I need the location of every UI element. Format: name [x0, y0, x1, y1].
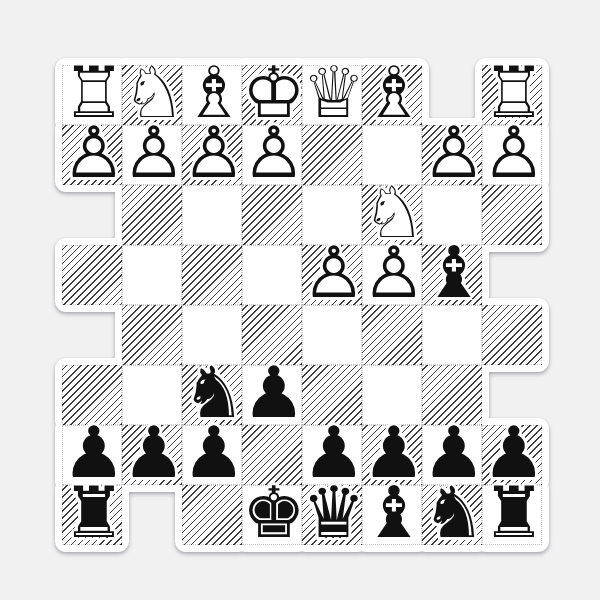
piece-glyph: ♖: [482, 57, 542, 128]
piece-glyph: ♜: [482, 477, 542, 548]
piece-glyph: ♞: [182, 357, 242, 428]
black-bishop-c8-icon: ♝♝: [362, 485, 422, 545]
white-queen-d1-icon: ♛♕: [302, 65, 362, 125]
square-f8: [182, 485, 242, 545]
piece-glyph: ♙: [182, 117, 242, 188]
piece-halo-fill: ♜: [482, 57, 542, 128]
square-d4: ♟♙: [302, 245, 362, 305]
piece-halo-fill: ♟: [182, 417, 242, 488]
white-pawn-b2-icon: ♟♙: [422, 125, 482, 185]
square-f2: ♟♙: [182, 125, 242, 185]
square-g7: ♟♟: [122, 425, 182, 485]
square-c1: ♝♗: [362, 65, 422, 125]
square-g4: [122, 245, 182, 305]
piece-halo-fill: ♟: [422, 417, 482, 488]
black-pawn-b7-icon: ♟♟: [422, 425, 482, 485]
piece-halo-fill: ♝: [362, 57, 422, 128]
square-f5: [182, 305, 242, 365]
piece-halo-fill: ♟: [362, 417, 422, 488]
white-pawn-h2-icon: ♟♙: [62, 125, 122, 185]
cutout-g8: [122, 485, 182, 545]
square-b8: ♞♞: [422, 485, 482, 545]
square-b5: [422, 305, 482, 365]
black-knight-f6-icon: ♞♞: [182, 365, 242, 425]
square-b2: ♟♙: [422, 125, 482, 185]
piece-glyph: ♞: [422, 477, 482, 548]
white-pawn-g2-icon: ♟♙: [122, 125, 182, 185]
square-a7: ♟♟: [482, 425, 542, 485]
square-d2: [302, 125, 362, 185]
piece-glyph: ♘: [122, 57, 182, 128]
square-d3: [302, 185, 362, 245]
piece-halo-fill: ♛: [302, 57, 362, 128]
piece-glyph: ♟: [362, 417, 422, 488]
black-pawn-h7-icon: ♟♟: [62, 425, 122, 485]
square-f4: [182, 245, 242, 305]
white-pawn-a2-icon: ♟♙: [482, 125, 542, 185]
black-pawn-f7-icon: ♟♟: [182, 425, 242, 485]
cutout-a6: [482, 365, 542, 425]
piece-glyph: ♟: [422, 417, 482, 488]
piece-glyph: ♔: [242, 57, 302, 128]
piece-glyph: ♙: [62, 117, 122, 188]
square-a5: [482, 305, 542, 365]
chess-board: ♜♖♞♘♝♗♚♔♛♕♝♗♜♖♟♙♟♙♟♙♟♙♟♙♟♙♞♘♟♙♟♙♝♝♞♞♟♟♟♟…: [62, 65, 542, 545]
piece-glyph: ♙: [362, 237, 422, 308]
cutout-b1: [422, 65, 482, 125]
piece-glyph: ♘: [362, 177, 422, 248]
piece-halo-fill: ♟: [302, 237, 362, 308]
square-c5: [362, 305, 422, 365]
black-pawn-a7-icon: ♟♟: [482, 425, 542, 485]
square-f3: [182, 185, 242, 245]
piece-halo-fill: ♜: [62, 477, 122, 548]
black-rook-h8-icon: ♜♜: [62, 485, 122, 545]
square-h4: [62, 245, 122, 305]
piece-glyph: ♙: [122, 117, 182, 188]
piece-halo-fill: ♝: [182, 57, 242, 128]
black-bishop-b4-icon: ♝♝: [422, 245, 482, 305]
square-e1: ♚♔: [242, 65, 302, 125]
square-e7: [242, 425, 302, 485]
piece-halo-fill: ♜: [482, 477, 542, 548]
chess-sticker-image: ♜♖♞♘♝♗♚♔♛♕♝♗♜♖♟♙♟♙♟♙♟♙♟♙♟♙♞♘♟♙♟♙♝♝♞♞♟♟♟♟…: [0, 0, 600, 600]
piece-glyph: ♝: [362, 477, 422, 548]
piece-halo-fill: ♟: [62, 117, 122, 188]
square-e2: ♟♙: [242, 125, 302, 185]
piece-glyph: ♝: [422, 237, 482, 308]
square-f1: ♝♗: [182, 65, 242, 125]
square-f7: ♟♟: [182, 425, 242, 485]
square-e5: [242, 305, 302, 365]
square-b6: [422, 365, 482, 425]
square-h1: ♜♖: [62, 65, 122, 125]
square-h6: [62, 365, 122, 425]
white-pawn-c4-icon: ♟♙: [362, 245, 422, 305]
white-rook-a1-icon: ♜♖: [482, 65, 542, 125]
piece-glyph: ♙: [422, 117, 482, 188]
piece-halo-fill: ♟: [422, 117, 482, 188]
black-knight-b8-icon: ♞♞: [422, 485, 482, 545]
white-knight-c3-icon: ♞♘: [362, 185, 422, 245]
square-c6: [362, 365, 422, 425]
square-a1: ♜♖: [482, 65, 542, 125]
square-g1: ♞♘: [122, 65, 182, 125]
square-e3: [242, 185, 302, 245]
piece-glyph: ♚: [242, 477, 302, 548]
piece-halo-fill: ♟: [182, 117, 242, 188]
white-king-e1-icon: ♚♔: [242, 65, 302, 125]
black-pawn-g7-icon: ♟♟: [122, 425, 182, 485]
piece-halo-fill: ♝: [362, 477, 422, 548]
cutout-h5: [62, 305, 122, 365]
piece-halo-fill: ♝: [422, 237, 482, 308]
square-d5: [302, 305, 362, 365]
black-pawn-d7-icon: ♟♟: [302, 425, 362, 485]
white-bishop-f1-icon: ♝♗: [182, 65, 242, 125]
black-queen-d8-icon: ♛♛: [302, 485, 362, 545]
square-b4: ♝♝: [422, 245, 482, 305]
piece-glyph: ♜: [62, 477, 122, 548]
black-pawn-c7-icon: ♟♟: [362, 425, 422, 485]
piece-glyph: ♙: [302, 237, 362, 308]
square-h7: ♟♟: [62, 425, 122, 485]
piece-glyph: ♟: [62, 417, 122, 488]
piece-glyph: ♙: [482, 117, 542, 188]
piece-halo-fill: ♟: [302, 417, 362, 488]
piece-glyph: ♛: [302, 477, 362, 548]
cutout-h3: [62, 185, 122, 245]
piece-glyph: ♙: [242, 117, 302, 188]
piece-glyph: ♟: [182, 417, 242, 488]
piece-halo-fill: ♟: [62, 417, 122, 488]
white-pawn-d4-icon: ♟♙: [302, 245, 362, 305]
piece-halo-fill: ♟: [122, 417, 182, 488]
square-g5: [122, 305, 182, 365]
piece-halo-fill: ♞: [362, 177, 422, 248]
square-a2: ♟♙: [482, 125, 542, 185]
square-b3: [422, 185, 482, 245]
white-rook-h1-icon: ♜♖: [62, 65, 122, 125]
square-c7: ♟♟: [362, 425, 422, 485]
piece-halo-fill: ♜: [62, 57, 122, 128]
square-d7: ♟♟: [302, 425, 362, 485]
square-g2: ♟♙: [122, 125, 182, 185]
piece-glyph: ♗: [182, 57, 242, 128]
white-pawn-e2-icon: ♟♙: [242, 125, 302, 185]
piece-glyph: ♟: [122, 417, 182, 488]
square-h2: ♟♙: [62, 125, 122, 185]
piece-halo-fill: ♞: [422, 477, 482, 548]
square-g3: [122, 185, 182, 245]
square-d1: ♛♕: [302, 65, 362, 125]
piece-halo-fill: ♟: [122, 117, 182, 188]
square-d6: [302, 365, 362, 425]
piece-glyph: ♟: [482, 417, 542, 488]
white-knight-g1-icon: ♞♘: [122, 65, 182, 125]
square-e4: [242, 245, 302, 305]
piece-halo-fill: ♚: [242, 477, 302, 548]
black-king-e8-icon: ♚♚: [242, 485, 302, 545]
black-rook-a8-icon: ♜♜: [482, 485, 542, 545]
piece-halo-fill: ♟: [482, 417, 542, 488]
black-pawn-e6-icon: ♟♟: [242, 365, 302, 425]
square-h8: ♜♜: [62, 485, 122, 545]
square-e6: ♟♟: [242, 365, 302, 425]
piece-halo-fill: ♟: [362, 237, 422, 308]
piece-glyph: ♟: [242, 357, 302, 428]
piece-halo-fill: ♟: [242, 117, 302, 188]
square-c3: ♞♘: [362, 185, 422, 245]
piece-halo-fill: ♟: [242, 357, 302, 428]
square-c2: [362, 125, 422, 185]
piece-halo-fill: ♟: [482, 117, 542, 188]
piece-halo-fill: ♞: [182, 357, 242, 428]
piece-glyph: ♖: [62, 57, 122, 128]
square-f6: ♞♞: [182, 365, 242, 425]
piece-halo-fill: ♞: [122, 57, 182, 128]
piece-glyph: ♗: [362, 57, 422, 128]
cutout-a4: [482, 245, 542, 305]
square-a8: ♜♜: [482, 485, 542, 545]
piece-halo-fill: ♛: [302, 477, 362, 548]
white-bishop-c1-icon: ♝♗: [362, 65, 422, 125]
piece-halo-fill: ♚: [242, 57, 302, 128]
square-b7: ♟♟: [422, 425, 482, 485]
piece-glyph: ♕: [302, 57, 362, 128]
white-pawn-f2-icon: ♟♙: [182, 125, 242, 185]
square-c8: ♝♝: [362, 485, 422, 545]
square-d8: ♛♛: [302, 485, 362, 545]
square-g6: [122, 365, 182, 425]
square-a3: [482, 185, 542, 245]
piece-glyph: ♟: [302, 417, 362, 488]
square-c4: ♟♙: [362, 245, 422, 305]
square-e8: ♚♚: [242, 485, 302, 545]
